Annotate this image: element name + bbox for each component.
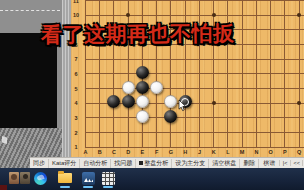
row-label-6: 6 xyxy=(74,71,77,77)
dashed-line xyxy=(0,10,60,11)
nav-first-button[interactable]: |< xyxy=(279,160,290,166)
white-stone-F5 xyxy=(150,81,163,94)
windows-taskbar xyxy=(0,168,304,190)
grid-line-horizontal xyxy=(85,59,304,60)
photo-thumbnail-1-icon[interactable] xyxy=(9,172,19,184)
corner-fragment xyxy=(0,185,7,190)
white-stone-E4 xyxy=(136,95,149,108)
white-stone-E3 xyxy=(136,110,149,123)
delete-button[interactable]: 删除 xyxy=(240,159,259,168)
column-label-L: L xyxy=(226,149,229,155)
black-stone-G3 xyxy=(164,110,177,123)
black-stone-C4 xyxy=(107,95,120,108)
go-board-app-icon[interactable] xyxy=(102,172,115,185)
column-label-B: B xyxy=(98,149,102,155)
star-point xyxy=(297,101,301,105)
row-label-5: 5 xyxy=(74,86,77,92)
nav-fast-back-button[interactable]: << xyxy=(290,160,302,166)
black-stone-E5 xyxy=(136,81,149,94)
sync-button[interactable]: 同步 xyxy=(30,159,49,168)
star-point xyxy=(297,13,301,17)
nav-back-button[interactable]: < xyxy=(302,160,304,166)
column-label-D: D xyxy=(126,149,130,155)
column-label-G: G xyxy=(169,149,173,155)
mouse-cursor-icon xyxy=(178,100,187,112)
column-label-M: M xyxy=(240,149,245,155)
active-indicator xyxy=(103,186,113,188)
active-indicator xyxy=(60,186,70,188)
grid-line-horizontal xyxy=(85,147,304,148)
column-label-P: P xyxy=(283,149,287,155)
row-label-11: 11 xyxy=(73,0,79,4)
black-stone-E6 xyxy=(136,66,149,79)
star-point xyxy=(126,13,130,17)
video-frame: 1110987654321ABCDEFGHJKLMNOPQ 看了这期再也不怕扳 … xyxy=(0,0,304,190)
row-label-7: 7 xyxy=(74,56,77,62)
grid-line-horizontal xyxy=(85,88,304,89)
column-label-O: O xyxy=(268,149,272,155)
star-point xyxy=(212,13,216,17)
blue-app-icon[interactable] xyxy=(82,172,95,185)
star-point xyxy=(212,101,216,105)
row-label-3: 3 xyxy=(74,115,77,121)
column-label-Q: Q xyxy=(297,149,301,155)
row-label-10: 10 xyxy=(73,12,79,18)
black-stone-D4 xyxy=(122,95,135,108)
column-label-K: K xyxy=(212,149,216,155)
column-label-E: E xyxy=(141,149,145,155)
column-label-C: C xyxy=(112,149,116,155)
grid-line-horizontal xyxy=(85,73,304,74)
row-label-2: 2 xyxy=(74,130,77,136)
photo-thumbnail-2-icon[interactable] xyxy=(20,172,30,184)
column-label-A: A xyxy=(84,149,88,155)
file-explorer-icon[interactable] xyxy=(58,173,72,183)
grid-line-horizontal xyxy=(85,132,304,133)
column-label-J: J xyxy=(198,149,201,155)
grid-line-horizontal xyxy=(85,0,304,1)
grid-line-horizontal xyxy=(85,117,304,118)
board-square-icon xyxy=(139,161,143,165)
analysis-toolbar: 同步 Kata评分 自动分析 找问题 整盘分析 设为主分支 清空棋盘 删除 棋谱… xyxy=(30,157,304,168)
column-label-H: H xyxy=(183,149,187,155)
whole-board-analysis-button[interactable]: 整盘分析 xyxy=(136,159,172,168)
active-indicator xyxy=(83,186,93,188)
find-mistakes-button[interactable]: 找问题 xyxy=(111,159,136,168)
game-record-label: 棋谱 xyxy=(259,159,279,168)
column-label-N: N xyxy=(254,149,258,155)
edge-browser-icon[interactable] xyxy=(34,172,47,185)
row-label-1: 1 xyxy=(74,144,77,150)
set-main-branch-button[interactable]: 设为主分支 xyxy=(172,159,209,168)
grid-line-horizontal xyxy=(85,15,304,16)
white-stone-D5 xyxy=(122,81,135,94)
white-stone-G4 xyxy=(164,95,177,108)
clear-board-button[interactable]: 清空棋盘 xyxy=(209,159,240,168)
video-title-overlay: 看了这期再也不怕扳 xyxy=(41,19,251,49)
kata-score-button[interactable]: Kata评分 xyxy=(49,159,80,168)
row-label-4: 4 xyxy=(74,100,77,106)
column-label-F: F xyxy=(155,149,158,155)
auto-analysis-button[interactable]: 自动分析 xyxy=(80,159,111,168)
